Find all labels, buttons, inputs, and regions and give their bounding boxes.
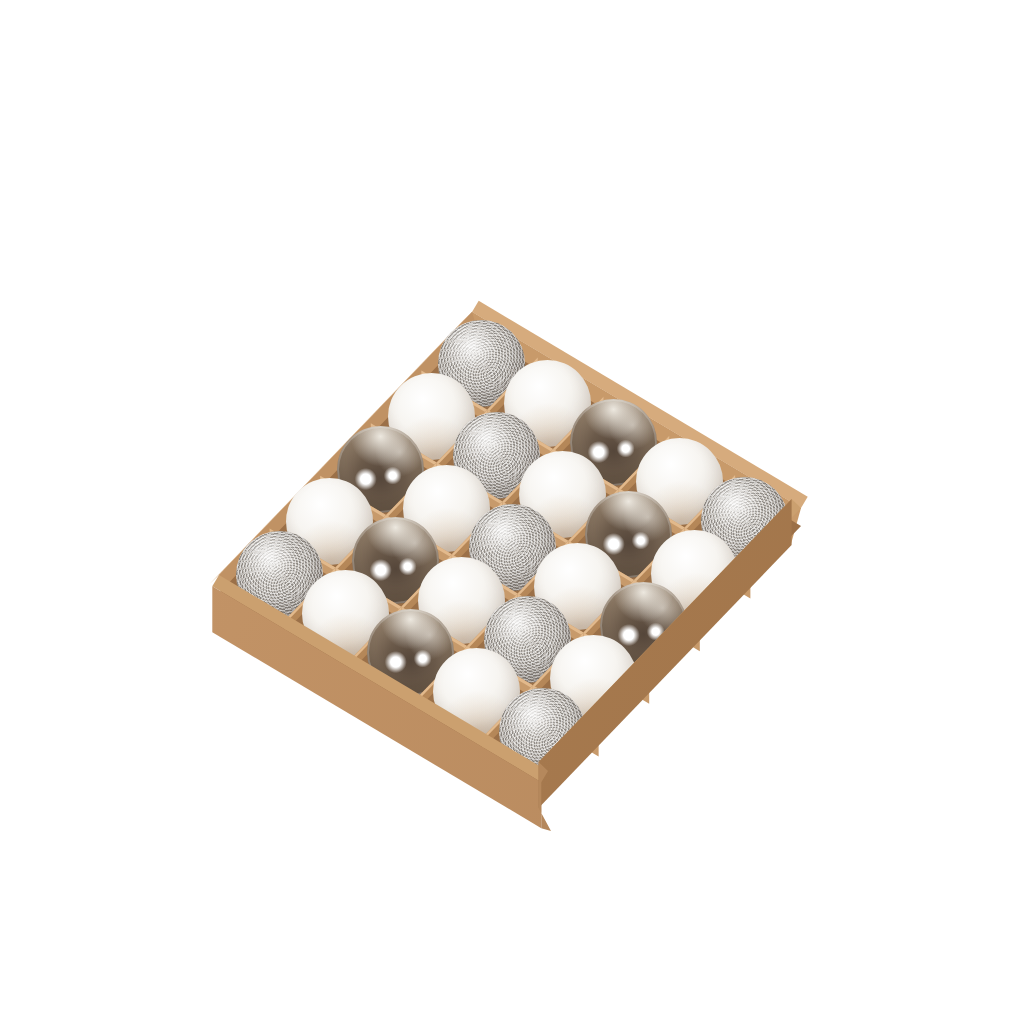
bauble-box <box>0 0 1024 1024</box>
product-photo-stage <box>0 0 1024 1024</box>
